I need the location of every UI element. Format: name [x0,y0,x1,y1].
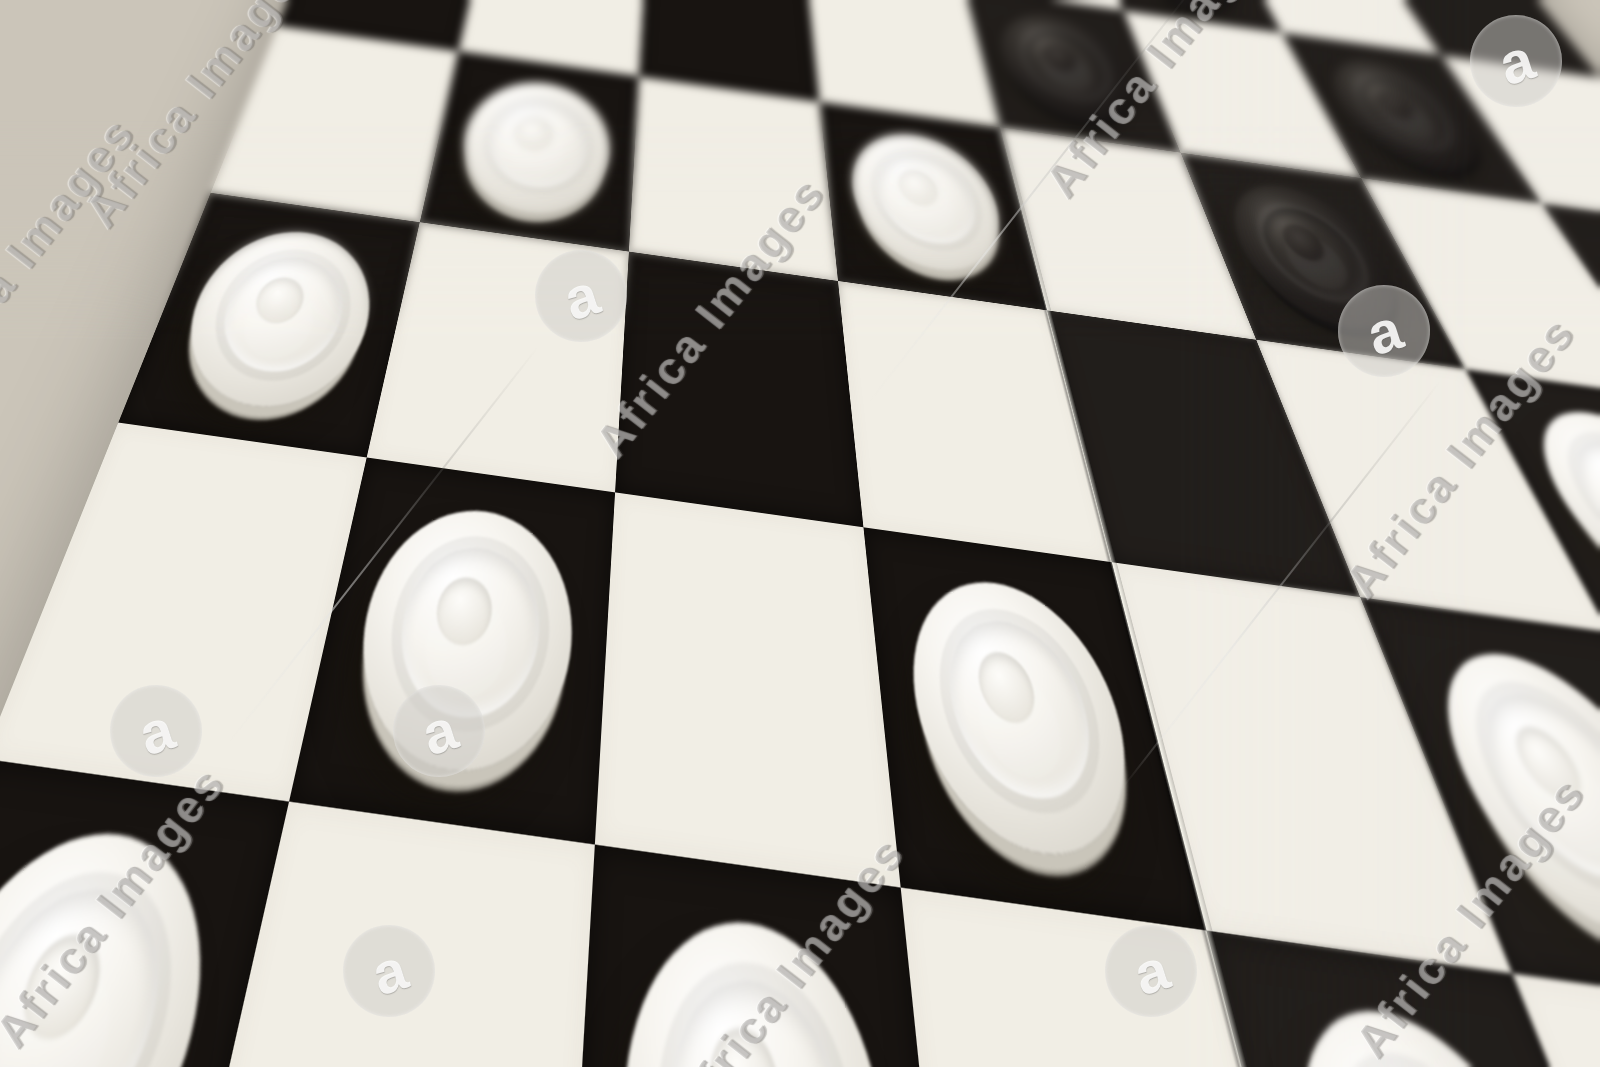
square-c4[interactable] [629,77,838,281]
white-checker[interactable]: ● [845,125,1015,280]
watermark-text: Africa Images [0,106,147,408]
white-checker[interactable]: ● [616,907,902,1067]
photo-stage: ●●●●●●●●●●●●●●●●●●●●●●●● Africa Images A… [0,0,1600,1067]
white-checker[interactable]: ● [338,498,580,786]
white-checker[interactable]: ● [0,818,237,1067]
board-perspective-wrapper: ●●●●●●●●●●●●●●●●●●●●●●●● [0,0,1600,1067]
square-c3[interactable] [615,252,863,528]
square-a4[interactable] [211,26,459,222]
white-checker[interactable]: ● [163,222,387,419]
black-checker[interactable]: ● [989,7,1150,130]
checkers-board: ●●●●●●●●●●●●●●●●●●●●●●●● [0,0,1600,1067]
white-checker[interactable]: ● [451,73,614,222]
square-b4[interactable]: ● [420,51,639,251]
white-checker[interactable]: ● [900,570,1155,870]
square-c2[interactable] [595,492,901,887]
